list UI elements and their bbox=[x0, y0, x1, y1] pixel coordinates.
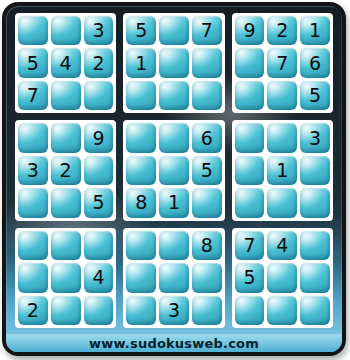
cell-r2c2[interactable]: 4 bbox=[51, 48, 81, 77]
cell-r3c3[interactable] bbox=[84, 81, 114, 110]
cell-r7c9[interactable] bbox=[300, 231, 330, 260]
cell-r7c2[interactable] bbox=[51, 231, 81, 260]
cell-r6c8[interactable] bbox=[267, 188, 297, 217]
cell-r9c3[interactable] bbox=[84, 296, 114, 325]
box-2: 571 bbox=[123, 13, 224, 113]
cell-r4c1[interactable] bbox=[18, 123, 48, 152]
cell-r5c8[interactable]: 1 bbox=[267, 156, 297, 185]
cell-r2c9[interactable]: 6 bbox=[300, 48, 330, 77]
cell-r9c9[interactable] bbox=[300, 296, 330, 325]
cell-r6c4[interactable]: 8 bbox=[126, 188, 156, 217]
cell-r2c5[interactable] bbox=[159, 48, 189, 77]
cell-r1c4[interactable]: 5 bbox=[126, 16, 156, 45]
cell-r4c3[interactable]: 9 bbox=[84, 123, 114, 152]
cell-r5c3[interactable] bbox=[84, 156, 114, 185]
cell-r9c4[interactable] bbox=[126, 296, 156, 325]
cell-r4c4[interactable] bbox=[126, 123, 156, 152]
cell-r2c1[interactable]: 5 bbox=[18, 48, 48, 77]
cell-r6c3[interactable]: 5 bbox=[84, 188, 114, 217]
cell-r8c2[interactable] bbox=[51, 263, 81, 292]
cell-r5c9[interactable] bbox=[300, 156, 330, 185]
cell-r5c4[interactable] bbox=[126, 156, 156, 185]
cell-r6c5[interactable]: 1 bbox=[159, 188, 189, 217]
cell-r4c8[interactable] bbox=[267, 123, 297, 152]
cell-r8c9[interactable] bbox=[300, 263, 330, 292]
footer-bar: www.sudokusweb.com bbox=[6, 334, 342, 352]
cell-r6c9[interactable] bbox=[300, 188, 330, 217]
cell-r3c2[interactable] bbox=[51, 81, 81, 110]
sudoku-grid: 3542757192176593256581314283745 bbox=[6, 6, 342, 334]
cell-r6c1[interactable] bbox=[18, 188, 48, 217]
cell-r9c5[interactable]: 3 bbox=[159, 296, 189, 325]
box-6: 31 bbox=[232, 120, 333, 220]
cell-r1c6[interactable]: 7 bbox=[192, 16, 222, 45]
cell-r7c5[interactable] bbox=[159, 231, 189, 260]
cell-r6c7[interactable] bbox=[235, 188, 265, 217]
cell-r8c4[interactable] bbox=[126, 263, 156, 292]
box-9: 745 bbox=[232, 228, 333, 328]
site-url[interactable]: www.sudokusweb.com bbox=[89, 336, 259, 351]
cell-r5c7[interactable] bbox=[235, 156, 265, 185]
cell-r8c7[interactable]: 5 bbox=[235, 263, 265, 292]
cell-r2c8[interactable]: 7 bbox=[267, 48, 297, 77]
cell-r9c1[interactable]: 2 bbox=[18, 296, 48, 325]
cell-r5c6[interactable]: 5 bbox=[192, 156, 222, 185]
cell-r6c2[interactable] bbox=[51, 188, 81, 217]
cell-r7c6[interactable]: 8 bbox=[192, 231, 222, 260]
cell-r5c5[interactable] bbox=[159, 156, 189, 185]
cell-r1c2[interactable] bbox=[51, 16, 81, 45]
cell-r4c5[interactable] bbox=[159, 123, 189, 152]
cell-r5c2[interactable]: 2 bbox=[51, 156, 81, 185]
box-1: 35427 bbox=[15, 13, 116, 113]
box-4: 9325 bbox=[15, 120, 116, 220]
cell-r7c8[interactable]: 4 bbox=[267, 231, 297, 260]
cell-r2c7[interactable] bbox=[235, 48, 265, 77]
cell-r4c6[interactable]: 6 bbox=[192, 123, 222, 152]
cell-r3c9[interactable]: 5 bbox=[300, 81, 330, 110]
cell-r5c1[interactable]: 3 bbox=[18, 156, 48, 185]
cell-r2c3[interactable]: 2 bbox=[84, 48, 114, 77]
cell-r3c8[interactable] bbox=[267, 81, 297, 110]
cell-r1c1[interactable] bbox=[18, 16, 48, 45]
cell-r3c7[interactable] bbox=[235, 81, 265, 110]
cell-r8c8[interactable] bbox=[267, 263, 297, 292]
cell-r7c3[interactable] bbox=[84, 231, 114, 260]
cell-r8c5[interactable] bbox=[159, 263, 189, 292]
cell-r2c6[interactable] bbox=[192, 48, 222, 77]
cell-r3c1[interactable]: 7 bbox=[18, 81, 48, 110]
cell-r7c7[interactable]: 7 bbox=[235, 231, 265, 260]
cell-r8c3[interactable]: 4 bbox=[84, 263, 114, 292]
cell-r4c2[interactable] bbox=[51, 123, 81, 152]
cell-r1c9[interactable]: 1 bbox=[300, 16, 330, 45]
cell-r7c1[interactable] bbox=[18, 231, 48, 260]
cell-r8c6[interactable] bbox=[192, 263, 222, 292]
box-8: 83 bbox=[123, 228, 224, 328]
cell-r3c6[interactable] bbox=[192, 81, 222, 110]
cell-r2c4[interactable]: 1 bbox=[126, 48, 156, 77]
cell-r9c8[interactable] bbox=[267, 296, 297, 325]
cell-r7c4[interactable] bbox=[126, 231, 156, 260]
box-5: 6581 bbox=[123, 120, 224, 220]
cell-r9c6[interactable] bbox=[192, 296, 222, 325]
box-3: 921765 bbox=[232, 13, 333, 113]
sudoku-board-plaque: 3542757192176593256581314283745 www.sudo… bbox=[2, 2, 346, 356]
cell-r3c4[interactable] bbox=[126, 81, 156, 110]
box-7: 42 bbox=[15, 228, 116, 328]
cell-r1c7[interactable]: 9 bbox=[235, 16, 265, 45]
cell-r9c2[interactable] bbox=[51, 296, 81, 325]
cell-r9c7[interactable] bbox=[235, 296, 265, 325]
cell-r1c8[interactable]: 2 bbox=[267, 16, 297, 45]
cell-r1c3[interactable]: 3 bbox=[84, 16, 114, 45]
cell-r1c5[interactable] bbox=[159, 16, 189, 45]
cell-r3c5[interactable] bbox=[159, 81, 189, 110]
cell-r8c1[interactable] bbox=[18, 263, 48, 292]
cell-r4c7[interactable] bbox=[235, 123, 265, 152]
cell-r6c6[interactable] bbox=[192, 188, 222, 217]
cell-r4c9[interactable]: 3 bbox=[300, 123, 330, 152]
